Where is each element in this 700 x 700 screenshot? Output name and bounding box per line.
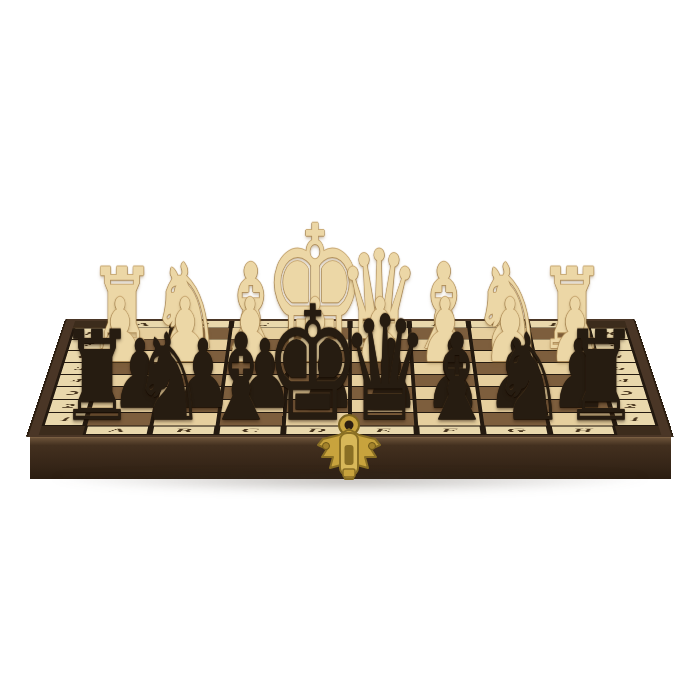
- piece-dark-queen-e1[interactable]: ♛: [341, 296, 429, 441]
- piece-dark-bishop-f1[interactable]: ♝: [420, 318, 493, 438]
- piece-dark-rook-a1[interactable]: ♜: [59, 314, 135, 438]
- piece-dark-knight-b1[interactable]: ♞: [132, 318, 205, 438]
- chess-set-photo: ABCDEFGH8877665544332211ABCDEFGH ♜♞♝♚♛♝♞…: [0, 0, 700, 700]
- pieces-layer: ♜♞♝♚♛♝♞♜♟♟♟♟♟♟♟♟♟♟♟♟♟♟♟♟♜♞♝♚♛♝♞♜: [0, 0, 700, 700]
- piece-dark-knight-g1[interactable]: ♞: [492, 318, 565, 438]
- piece-dark-rook-h1[interactable]: ♜: [563, 314, 639, 438]
